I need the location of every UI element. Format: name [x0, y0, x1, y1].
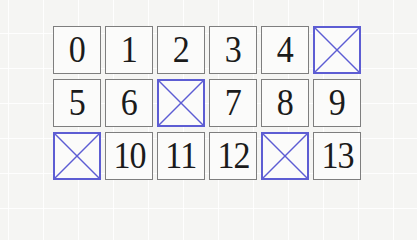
cell-number: 2 — [173, 31, 189, 70]
number-cell: 1 — [105, 26, 153, 74]
cell-number: 7 — [225, 84, 241, 123]
number-cell: 3 — [209, 26, 257, 74]
cell-number: 0 — [69, 31, 85, 70]
cell-number: 10 — [113, 137, 145, 176]
number-cell: 4 — [261, 26, 309, 74]
x-mark-icon — [315, 28, 359, 72]
cell-number: 9 — [329, 84, 345, 123]
x-mark-icon — [159, 81, 203, 125]
number-cell: 13 — [313, 132, 361, 180]
number-cell: 12 — [209, 132, 257, 180]
cell-number: 1 — [121, 31, 137, 70]
cell-number: 12 — [217, 137, 249, 176]
cell-number: 8 — [277, 84, 293, 123]
puzzle-grid: 012345678910111213 — [53, 26, 361, 180]
cell-number: 13 — [321, 137, 353, 176]
cell-number: 6 — [121, 84, 137, 123]
cell-number: 5 — [69, 84, 85, 123]
number-cell: 7 — [209, 79, 257, 127]
number-cell: 8 — [261, 79, 309, 127]
number-cell: 11 — [157, 132, 205, 180]
cell-number: 4 — [277, 31, 293, 70]
x-mark-icon — [55, 134, 99, 178]
number-cell: 5 — [53, 79, 101, 127]
number-cell: 9 — [313, 79, 361, 127]
crossed-cell — [157, 79, 205, 127]
crossed-cell — [53, 132, 101, 180]
number-cell: 0 — [53, 26, 101, 74]
cell-number: 11 — [166, 137, 197, 176]
number-cell: 2 — [157, 26, 205, 74]
number-cell: 6 — [105, 79, 153, 127]
number-cell: 10 — [105, 132, 153, 180]
crossed-cell — [313, 26, 361, 74]
x-mark-icon — [263, 134, 307, 178]
cell-number: 3 — [225, 31, 241, 70]
crossed-cell — [261, 132, 309, 180]
